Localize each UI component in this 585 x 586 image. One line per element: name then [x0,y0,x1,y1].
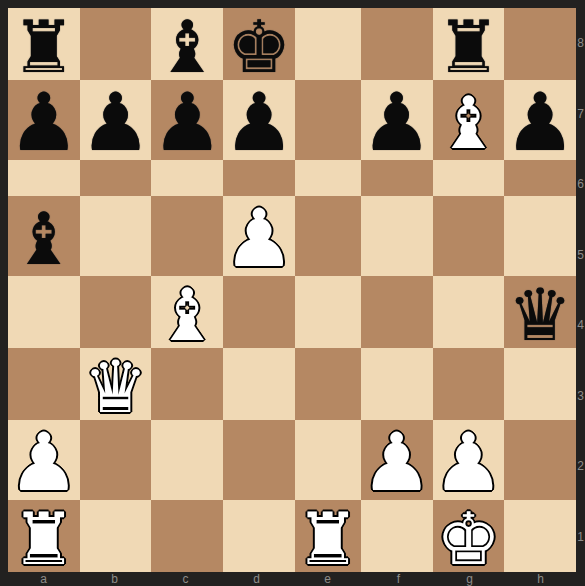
piece-white-queen[interactable]: ♛ [83,351,148,423]
square-f8[interactable] [361,8,433,80]
square-a3[interactable] [8,348,80,420]
square-g5[interactable] [433,196,505,276]
file-label-a: a [8,572,79,586]
square-g7[interactable]: ♝ [433,80,505,160]
piece-white-pawn[interactable]: ♟ [433,423,505,503]
square-e5[interactable] [295,196,361,276]
square-a5[interactable]: ♝ [8,196,80,276]
square-h8[interactable] [504,8,576,80]
square-b7[interactable]: ♟ [80,80,152,160]
square-e4[interactable] [295,276,361,348]
rank-label-3: 3 [576,361,585,432]
piece-black-rook[interactable]: ♜ [12,11,77,83]
square-f6[interactable] [361,160,433,196]
square-g1[interactable]: ♚ [433,500,505,572]
square-g3[interactable] [433,348,505,420]
square-c1[interactable] [151,500,223,572]
square-h2[interactable] [504,420,576,500]
piece-black-bishop[interactable]: ♝ [155,11,220,83]
piece-white-pawn[interactable]: ♟ [223,199,295,279]
file-label-f: f [363,572,434,586]
square-e6[interactable] [295,160,361,196]
square-g2[interactable]: ♟ [433,420,505,500]
square-a2[interactable]: ♟ [8,420,80,500]
rank-label-2: 2 [576,431,585,502]
rank-label-7: 7 [576,79,585,150]
square-a6[interactable] [8,160,80,196]
file-label-h: h [505,572,576,586]
rank-label-1: 1 [576,502,585,573]
square-f3[interactable] [361,348,433,420]
square-f2[interactable]: ♟ [361,420,433,500]
square-b3[interactable]: ♛ [80,348,152,420]
square-b2[interactable] [80,420,152,500]
piece-white-pawn[interactable]: ♟ [8,423,80,503]
piece-white-bishop[interactable]: ♝ [436,87,501,159]
square-b5[interactable] [80,196,152,276]
square-f5[interactable] [361,196,433,276]
square-a4[interactable] [8,276,80,348]
square-b6[interactable] [80,160,152,196]
piece-black-pawn[interactable]: ♟ [504,83,576,163]
square-h1[interactable] [504,500,576,572]
square-d1[interactable] [223,500,295,572]
square-d3[interactable] [223,348,295,420]
square-c5[interactable] [151,196,223,276]
square-e3[interactable] [295,348,361,420]
square-h3[interactable] [504,348,576,420]
piece-white-king[interactable]: ♚ [436,503,501,575]
chess-board-frame: ♜♝♚♜♟♟♟♟♟♝♟♝♟♝♛♛♟♟♟♜♜♚ 87654321 abcdefgh [0,0,585,586]
square-e7[interactable] [295,80,361,160]
square-c7[interactable]: ♟ [151,80,223,160]
piece-black-pawn[interactable]: ♟ [80,83,152,163]
piece-black-king[interactable]: ♚ [227,11,292,83]
rank-label-4: 4 [576,290,585,361]
square-h6[interactable] [504,160,576,196]
piece-white-bishop[interactable]: ♝ [155,279,220,351]
square-d4[interactable] [223,276,295,348]
square-a7[interactable]: ♟ [8,80,80,160]
rank-label-8: 8 [576,8,585,79]
piece-white-rook[interactable]: ♜ [12,503,77,575]
square-h5[interactable] [504,196,576,276]
piece-black-rook[interactable]: ♜ [436,11,501,83]
rank-label-6: 6 [576,149,585,220]
square-b8[interactable] [80,8,152,80]
chess-board: ♜♝♚♜♟♟♟♟♟♝♟♝♟♝♛♛♟♟♟♜♜♚ [8,8,576,572]
file-label-d: d [221,572,292,586]
square-h4[interactable]: ♛ [504,276,576,348]
square-b1[interactable] [80,500,152,572]
square-d8[interactable]: ♚ [223,8,295,80]
square-e8[interactable] [295,8,361,80]
square-g4[interactable] [433,276,505,348]
square-g6[interactable] [433,160,505,196]
square-e2[interactable] [295,420,361,500]
square-d5[interactable]: ♟ [223,196,295,276]
piece-black-bishop[interactable]: ♝ [12,203,77,275]
piece-black-queen[interactable]: ♛ [508,279,573,351]
square-b4[interactable] [80,276,152,348]
square-e1[interactable]: ♜ [295,500,361,572]
square-c4[interactable]: ♝ [151,276,223,348]
rank-label-5: 5 [576,220,585,291]
square-c3[interactable] [151,348,223,420]
piece-white-rook[interactable]: ♜ [296,503,361,575]
file-label-e: e [292,572,363,586]
square-d6[interactable] [223,160,295,196]
square-d2[interactable] [223,420,295,500]
piece-black-pawn[interactable]: ♟ [151,83,223,163]
square-c6[interactable] [151,160,223,196]
file-label-c: c [150,572,221,586]
square-h7[interactable]: ♟ [504,80,576,160]
piece-black-pawn[interactable]: ♟ [8,83,80,163]
rank-coordinates: 87654321 [576,8,585,572]
square-a1[interactable]: ♜ [8,500,80,572]
file-coordinates: abcdefgh [8,572,576,586]
piece-black-pawn[interactable]: ♟ [361,83,433,163]
piece-white-pawn[interactable]: ♟ [361,423,433,503]
square-f1[interactable] [361,500,433,572]
square-a8[interactable]: ♜ [8,8,80,80]
square-f7[interactable]: ♟ [361,80,433,160]
square-d7[interactable]: ♟ [223,80,295,160]
square-g8[interactable]: ♜ [433,8,505,80]
file-label-g: g [434,572,505,586]
square-c2[interactable] [151,420,223,500]
square-c8[interactable]: ♝ [151,8,223,80]
square-f4[interactable] [361,276,433,348]
piece-black-pawn[interactable]: ♟ [223,83,295,163]
file-label-b: b [79,572,150,586]
